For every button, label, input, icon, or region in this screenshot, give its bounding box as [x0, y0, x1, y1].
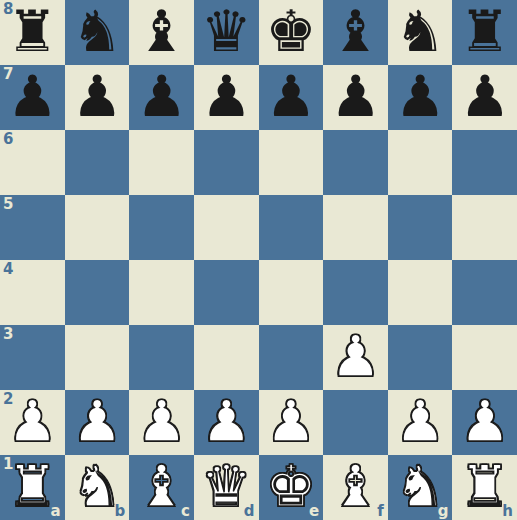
white-knight: ♞ — [395, 458, 446, 515]
square-e5[interactable] — [259, 195, 324, 260]
square-f4[interactable] — [323, 260, 388, 325]
rank-label-3: 3 — [3, 327, 13, 342]
square-d1[interactable]: d♛ — [194, 455, 259, 520]
square-a1[interactable]: 1a♜ — [0, 455, 65, 520]
square-c5[interactable] — [129, 195, 194, 260]
white-pawn: ♟ — [136, 393, 187, 450]
white-bishop: ♝ — [136, 458, 187, 515]
rank-label-5: 5 — [3, 197, 13, 212]
square-a5[interactable]: 5 — [0, 195, 65, 260]
white-rook: ♜ — [7, 458, 58, 515]
square-c7[interactable]: ♟ — [129, 65, 194, 130]
square-g5[interactable] — [388, 195, 453, 260]
black-rook: ♜ — [7, 3, 58, 60]
square-h1[interactable]: h♜ — [452, 455, 517, 520]
white-queen: ♛ — [201, 458, 252, 515]
square-f3[interactable]: ♟ — [323, 325, 388, 390]
square-a6[interactable]: 6 — [0, 130, 65, 195]
square-a8[interactable]: 8♜ — [0, 0, 65, 65]
black-king: ♚ — [265, 3, 316, 60]
square-e7[interactable]: ♟ — [259, 65, 324, 130]
white-pawn: ♟ — [265, 393, 316, 450]
square-a4[interactable]: 4 — [0, 260, 65, 325]
square-f6[interactable] — [323, 130, 388, 195]
square-c4[interactable] — [129, 260, 194, 325]
square-f5[interactable] — [323, 195, 388, 260]
square-c2[interactable]: ♟ — [129, 390, 194, 455]
square-a7[interactable]: 7♟ — [0, 65, 65, 130]
square-h4[interactable] — [452, 260, 517, 325]
square-h8[interactable]: ♜ — [452, 0, 517, 65]
square-d5[interactable] — [194, 195, 259, 260]
square-c1[interactable]: c♝ — [129, 455, 194, 520]
square-d7[interactable]: ♟ — [194, 65, 259, 130]
square-c3[interactable] — [129, 325, 194, 390]
square-b3[interactable] — [65, 325, 130, 390]
white-pawn: ♟ — [71, 393, 122, 450]
rank-label-6: 6 — [3, 132, 13, 147]
square-d8[interactable]: ♛ — [194, 0, 259, 65]
square-h3[interactable] — [452, 325, 517, 390]
black-pawn: ♟ — [201, 68, 252, 125]
square-b5[interactable] — [65, 195, 130, 260]
square-e6[interactable] — [259, 130, 324, 195]
square-h7[interactable]: ♟ — [452, 65, 517, 130]
square-a3[interactable]: 3 — [0, 325, 65, 390]
square-c6[interactable] — [129, 130, 194, 195]
black-pawn: ♟ — [395, 68, 446, 125]
square-b6[interactable] — [65, 130, 130, 195]
black-pawn: ♟ — [7, 68, 58, 125]
square-b2[interactable]: ♟ — [65, 390, 130, 455]
square-b8[interactable]: ♞ — [65, 0, 130, 65]
black-pawn: ♟ — [459, 68, 510, 125]
square-g2[interactable]: ♟ — [388, 390, 453, 455]
square-g6[interactable] — [388, 130, 453, 195]
square-d2[interactable]: ♟ — [194, 390, 259, 455]
square-d3[interactable] — [194, 325, 259, 390]
black-pawn: ♟ — [330, 68, 381, 125]
square-g8[interactable]: ♞ — [388, 0, 453, 65]
black-pawn: ♟ — [265, 68, 316, 125]
black-bishop: ♝ — [330, 3, 381, 60]
square-h5[interactable] — [452, 195, 517, 260]
white-pawn: ♟ — [7, 393, 58, 450]
square-h2[interactable]: ♟ — [452, 390, 517, 455]
white-pawn: ♟ — [459, 393, 510, 450]
square-f1[interactable]: f♝ — [323, 455, 388, 520]
white-knight: ♞ — [71, 458, 122, 515]
square-b1[interactable]: b♞ — [65, 455, 130, 520]
square-b4[interactable] — [65, 260, 130, 325]
white-bishop: ♝ — [330, 458, 381, 515]
black-knight: ♞ — [395, 3, 446, 60]
square-f7[interactable]: ♟ — [323, 65, 388, 130]
square-b7[interactable]: ♟ — [65, 65, 130, 130]
square-e3[interactable] — [259, 325, 324, 390]
square-g7[interactable]: ♟ — [388, 65, 453, 130]
square-e2[interactable]: ♟ — [259, 390, 324, 455]
black-queen: ♛ — [201, 3, 252, 60]
square-e8[interactable]: ♚ — [259, 0, 324, 65]
black-bishop: ♝ — [136, 3, 187, 60]
white-pawn: ♟ — [330, 328, 381, 385]
black-knight: ♞ — [71, 3, 122, 60]
rank-label-4: 4 — [3, 262, 13, 277]
square-f2[interactable] — [323, 390, 388, 455]
white-pawn: ♟ — [395, 393, 446, 450]
black-pawn: ♟ — [71, 68, 122, 125]
white-rook: ♜ — [459, 458, 510, 515]
square-f8[interactable]: ♝ — [323, 0, 388, 65]
square-a2[interactable]: 2♟ — [0, 390, 65, 455]
square-g1[interactable]: g♞ — [388, 455, 453, 520]
square-g4[interactable] — [388, 260, 453, 325]
square-e4[interactable] — [259, 260, 324, 325]
white-pawn: ♟ — [201, 393, 252, 450]
square-e1[interactable]: e♚ — [259, 455, 324, 520]
square-d4[interactable] — [194, 260, 259, 325]
white-king: ♚ — [265, 458, 316, 515]
square-c8[interactable]: ♝ — [129, 0, 194, 65]
black-pawn: ♟ — [136, 68, 187, 125]
chess-board: 8♜♞♝♛♚♝♞♜7♟♟♟♟♟♟♟♟6543♟2♟♟♟♟♟♟♟1a♜b♞c♝d♛… — [0, 0, 517, 520]
square-g3[interactable] — [388, 325, 453, 390]
square-h6[interactable] — [452, 130, 517, 195]
square-d6[interactable] — [194, 130, 259, 195]
black-rook: ♜ — [459, 3, 510, 60]
